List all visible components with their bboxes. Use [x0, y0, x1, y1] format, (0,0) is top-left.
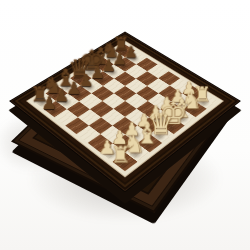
- square-h1: ♜: [194, 93, 217, 109]
- scene: ♜♟♟♜♞♟♟♞♝♟♟♝♚♟♟♚♛♟♟♛♝♟♟♝♞♟♟♞♜♟♟♜: [0, 0, 250, 250]
- square-g1: ♞: [183, 101, 206, 117]
- piece-black-rook-a8: ♜: [31, 84, 47, 104]
- piece-shadow: [113, 155, 134, 171]
- square-a7: ♟: [43, 101, 66, 117]
- piece-shadow: [104, 66, 122, 78]
- chess-set-photo: ♜♟♟♜♞♟♟♞♝♟♟♝♚♟♟♚♛♟♟♛♝♟♟♝♞♟♟♞♜♟♟♜: [0, 0, 250, 250]
- piece-shadow: [195, 95, 214, 108]
- piece-shadow: [184, 103, 204, 116]
- piece-shadow: [173, 111, 193, 125]
- piece-shadow: [34, 95, 53, 108]
- piece-shadow: [138, 137, 159, 152]
